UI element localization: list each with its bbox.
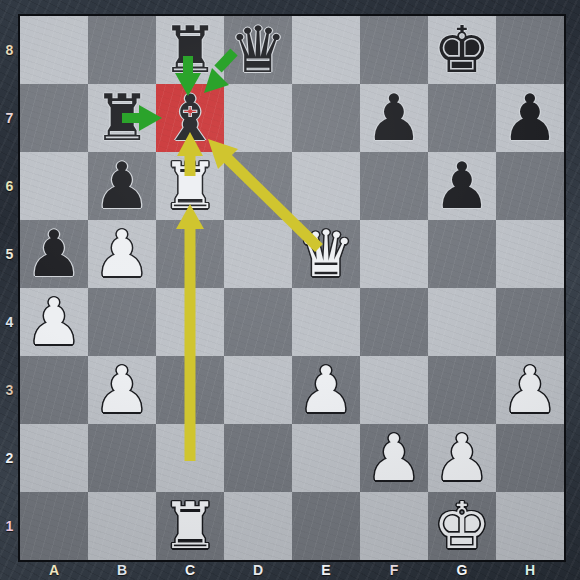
board-frame: ♜♛♚♜♝♟♟♟♜♟♟♟♛♟♟♟♟♟♟♜♚ 87654321 ABCDEFGH	[0, 0, 580, 580]
square-d7[interactable]	[224, 84, 292, 152]
square-b5[interactable]: ♟	[88, 220, 156, 288]
square-f2[interactable]: ♟	[360, 424, 428, 492]
square-h2[interactable]	[496, 424, 564, 492]
rank-label-8: 8	[0, 41, 19, 59]
black-pawn-f7[interactable]: ♟	[365, 84, 422, 152]
square-h7[interactable]: ♟	[496, 84, 564, 152]
white-rook-c1[interactable]: ♜	[161, 492, 218, 560]
square-a6[interactable]	[20, 152, 88, 220]
square-f5[interactable]	[360, 220, 428, 288]
white-pawn-g2[interactable]: ♟	[433, 424, 490, 492]
file-label-h: H	[496, 562, 564, 579]
square-a1[interactable]	[20, 492, 88, 560]
black-pawn-g6[interactable]: ♟	[433, 152, 490, 220]
square-f1[interactable]	[360, 492, 428, 560]
square-e2[interactable]	[292, 424, 360, 492]
black-pawn-h7[interactable]: ♟	[501, 84, 558, 152]
square-a3[interactable]	[20, 356, 88, 424]
square-h1[interactable]	[496, 492, 564, 560]
square-b4[interactable]	[88, 288, 156, 356]
square-e5[interactable]: ♛	[292, 220, 360, 288]
rank-label-2: 2	[0, 449, 19, 467]
square-c6[interactable]: ♜	[156, 152, 224, 220]
square-a4[interactable]: ♟	[20, 288, 88, 356]
square-c5[interactable]	[156, 220, 224, 288]
square-g7[interactable]	[428, 84, 496, 152]
rank-label-6: 6	[0, 177, 19, 195]
square-h5[interactable]	[496, 220, 564, 288]
square-f3[interactable]	[360, 356, 428, 424]
square-b3[interactable]: ♟	[88, 356, 156, 424]
black-rook-b7[interactable]: ♜	[93, 84, 150, 152]
square-d1[interactable]	[224, 492, 292, 560]
white-pawn-e3[interactable]: ♟	[297, 356, 354, 424]
square-d3[interactable]	[224, 356, 292, 424]
file-label-g: G	[428, 562, 496, 579]
square-b6[interactable]: ♟	[88, 152, 156, 220]
rank-label-1: 1	[0, 517, 19, 535]
white-pawn-h3[interactable]: ♟	[501, 356, 558, 424]
file-label-b: B	[88, 562, 156, 579]
rank-label-7: 7	[0, 109, 19, 127]
file-label-f: F	[360, 562, 428, 579]
white-pawn-b5[interactable]: ♟	[93, 220, 150, 288]
square-e3[interactable]: ♟	[292, 356, 360, 424]
square-c8[interactable]: ♜	[156, 16, 224, 84]
square-b8[interactable]	[88, 16, 156, 84]
square-d4[interactable]	[224, 288, 292, 356]
chess-board[interactable]: ♜♛♚♜♝♟♟♟♜♟♟♟♛♟♟♟♟♟♟♜♚	[20, 16, 564, 560]
square-g6[interactable]: ♟	[428, 152, 496, 220]
square-f8[interactable]	[360, 16, 428, 84]
square-a5[interactable]: ♟	[20, 220, 88, 288]
square-a2[interactable]	[20, 424, 88, 492]
white-queen-e5[interactable]: ♛	[297, 220, 354, 288]
square-h3[interactable]: ♟	[496, 356, 564, 424]
square-c7[interactable]: ♝	[156, 84, 224, 152]
square-b2[interactable]	[88, 424, 156, 492]
square-h4[interactable]	[496, 288, 564, 356]
square-h6[interactable]	[496, 152, 564, 220]
rank-label-3: 3	[0, 381, 19, 399]
square-e1[interactable]	[292, 492, 360, 560]
black-king-g8[interactable]: ♚	[433, 16, 490, 84]
file-label-a: A	[20, 562, 88, 579]
square-h8[interactable]	[496, 16, 564, 84]
black-bishop-c7[interactable]: ♝	[161, 84, 218, 152]
white-rook-c6[interactable]: ♜	[161, 152, 218, 220]
square-c2[interactable]	[156, 424, 224, 492]
square-g5[interactable]	[428, 220, 496, 288]
square-e7[interactable]	[292, 84, 360, 152]
rank-label-4: 4	[0, 313, 19, 331]
white-pawn-f2[interactable]: ♟	[365, 424, 422, 492]
white-pawn-a4[interactable]: ♟	[25, 288, 82, 356]
square-g4[interactable]	[428, 288, 496, 356]
square-d5[interactable]	[224, 220, 292, 288]
square-a8[interactable]	[20, 16, 88, 84]
white-king-g1[interactable]: ♚	[433, 492, 490, 560]
square-a7[interactable]	[20, 84, 88, 152]
square-d6[interactable]	[224, 152, 292, 220]
black-rook-c8[interactable]: ♜	[161, 16, 218, 84]
square-g2[interactable]: ♟	[428, 424, 496, 492]
square-b1[interactable]	[88, 492, 156, 560]
square-f7[interactable]: ♟	[360, 84, 428, 152]
black-pawn-a5[interactable]: ♟	[25, 220, 82, 288]
square-e8[interactable]	[292, 16, 360, 84]
square-g3[interactable]	[428, 356, 496, 424]
square-c4[interactable]	[156, 288, 224, 356]
rank-label-5: 5	[0, 245, 19, 263]
white-pawn-b3[interactable]: ♟	[93, 356, 150, 424]
square-d2[interactable]	[224, 424, 292, 492]
square-c3[interactable]	[156, 356, 224, 424]
square-d8[interactable]: ♛	[224, 16, 292, 84]
file-label-c: C	[156, 562, 224, 579]
square-g8[interactable]: ♚	[428, 16, 496, 84]
square-e6[interactable]	[292, 152, 360, 220]
square-e4[interactable]	[292, 288, 360, 356]
file-label-e: E	[292, 562, 360, 579]
square-c1[interactable]: ♜	[156, 492, 224, 560]
file-label-d: D	[224, 562, 292, 579]
black-queen-d8[interactable]: ♛	[229, 16, 286, 84]
black-pawn-b6[interactable]: ♟	[93, 152, 150, 220]
square-f4[interactable]	[360, 288, 428, 356]
square-g1[interactable]: ♚	[428, 492, 496, 560]
square-f6[interactable]	[360, 152, 428, 220]
square-b7[interactable]: ♜	[88, 84, 156, 152]
